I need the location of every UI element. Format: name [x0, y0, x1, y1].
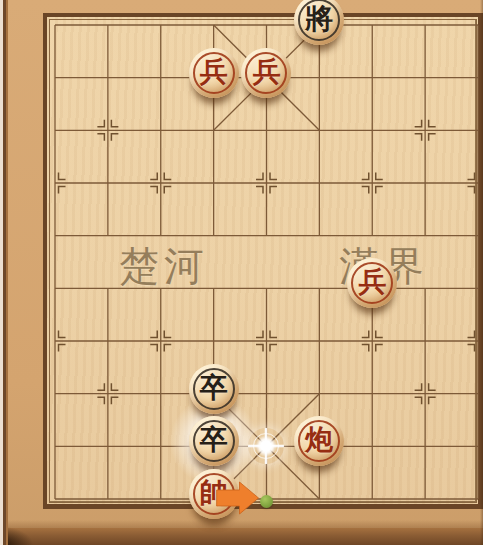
- piece-glyph: 將: [305, 0, 333, 38]
- piece-glyph: 炮: [305, 421, 333, 459]
- xiangqi-board[interactable]: 將兵兵兵卒卒炮帥: [29, 0, 483, 525]
- table-front-edge: [0, 528, 483, 545]
- red-soldier-piece[interactable]: 兵: [347, 258, 397, 308]
- piece-glyph: 兵: [252, 53, 280, 91]
- red-soldier-piece[interactable]: 兵: [241, 48, 291, 98]
- xiangqi-table: 楚河 漢界 將兵兵兵卒卒炮帥: [0, 0, 483, 545]
- piece-glyph: 卒: [200, 421, 228, 459]
- red-soldier-piece[interactable]: 兵: [189, 48, 239, 98]
- table-left-edge: [0, 0, 8, 545]
- red-general-piece[interactable]: 帥: [189, 469, 239, 519]
- black-soldier-piece[interactable]: 卒: [189, 364, 239, 414]
- red-cannon-piece[interactable]: 炮: [294, 416, 344, 466]
- black-general-piece[interactable]: 將: [294, 0, 344, 45]
- move-target-dot[interactable]: [260, 495, 273, 508]
- sparkle-marker: [248, 428, 284, 464]
- black-soldier-piece[interactable]: 卒: [189, 416, 239, 466]
- piece-glyph: 兵: [200, 53, 228, 91]
- piece-glyph: 兵: [358, 263, 386, 301]
- piece-glyph: 帥: [200, 474, 228, 512]
- piece-glyph: 卒: [200, 369, 228, 407]
